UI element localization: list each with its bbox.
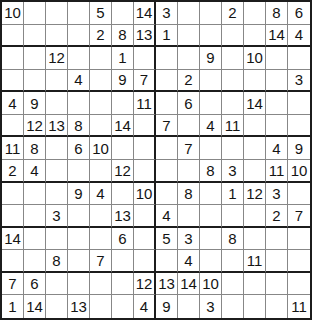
cell-r5c2: 9 <box>24 92 46 115</box>
cell-r11c6: 6 <box>112 228 134 251</box>
cell-r2c9[interactable] <box>178 25 200 48</box>
cell-r3c11[interactable] <box>222 47 244 70</box>
cell-r2c2[interactable] <box>24 25 46 48</box>
cell-r1c6[interactable] <box>112 2 134 25</box>
cell-r3c12: 10 <box>244 47 266 70</box>
cell-r1c4[interactable] <box>68 2 90 25</box>
cell-r14c13[interactable] <box>266 295 288 318</box>
cell-r10c13: 2 <box>266 205 288 228</box>
cell-r12c10[interactable] <box>200 250 222 273</box>
cell-r9c7: 10 <box>134 183 156 206</box>
cell-r9c9: 8 <box>178 183 200 206</box>
cell-r5c4[interactable] <box>68 92 90 115</box>
cell-r4c13[interactable] <box>266 70 288 93</box>
cell-r13c13[interactable] <box>266 273 288 296</box>
cell-r14c9[interactable] <box>178 295 200 318</box>
cell-r3c9[interactable] <box>178 47 200 70</box>
cell-r7c9: 7 <box>178 137 200 160</box>
cell-r3c13[interactable] <box>266 47 288 70</box>
cell-r11c9: 3 <box>178 228 200 251</box>
cell-r13c8: 13 <box>156 273 178 296</box>
cell-r11c14[interactable] <box>288 228 310 251</box>
cell-r5c6[interactable] <box>112 92 134 115</box>
cell-r6c10: 4 <box>200 115 222 138</box>
cell-r8c4[interactable] <box>68 160 90 183</box>
cell-r6c11: 11 <box>222 115 244 138</box>
cell-r1c8: 3 <box>156 2 178 25</box>
cell-r9c10[interactable] <box>200 183 222 206</box>
cell-r12c8[interactable] <box>156 250 178 273</box>
cell-r9c11: 1 <box>222 183 244 206</box>
cell-r6c6: 14 <box>112 115 134 138</box>
cell-r6c1[interactable] <box>2 115 24 138</box>
cell-r11c12[interactable] <box>244 228 266 251</box>
cell-r1c14: 6 <box>288 2 310 25</box>
cell-r2c6: 8 <box>112 25 134 48</box>
cell-r6c4: 8 <box>68 115 90 138</box>
cell-r2c12[interactable] <box>244 25 266 48</box>
cell-r7c11[interactable] <box>222 137 244 160</box>
cell-r12c2[interactable] <box>24 250 46 273</box>
cell-r3c6: 1 <box>112 47 134 70</box>
cell-r2c8: 1 <box>156 25 178 48</box>
cell-r12c6[interactable] <box>112 250 134 273</box>
cell-r12c1[interactable] <box>2 250 24 273</box>
cell-r11c13[interactable] <box>266 228 288 251</box>
cell-r14c3[interactable] <box>46 295 68 318</box>
cell-r2c7: 13 <box>134 25 156 48</box>
cell-r5c14[interactable] <box>288 92 310 115</box>
cell-r13c14[interactable] <box>288 273 310 296</box>
cell-r5c9: 6 <box>178 92 200 115</box>
cell-r8c8[interactable] <box>156 160 178 183</box>
cell-r6c13[interactable] <box>266 115 288 138</box>
cell-r6c5[interactable] <box>90 115 112 138</box>
cell-r4c14: 3 <box>288 70 310 93</box>
cell-r2c1[interactable] <box>2 25 24 48</box>
cell-r12c4[interactable] <box>68 250 90 273</box>
cell-r8c10: 8 <box>200 160 222 183</box>
cell-r1c1: 10 <box>2 2 24 25</box>
cell-r8c5[interactable] <box>90 160 112 183</box>
cell-r8c6: 12 <box>112 160 134 183</box>
cell-r2c3[interactable] <box>46 25 68 48</box>
cell-r1c9[interactable] <box>178 2 200 25</box>
cell-r9c13: 3 <box>266 183 288 206</box>
cell-r13c12[interactable] <box>244 273 266 296</box>
cell-r7c7[interactable] <box>134 137 156 160</box>
cell-r6c2: 12 <box>24 115 46 138</box>
cell-r14c4: 13 <box>68 295 90 318</box>
cell-r2c4[interactable] <box>68 25 90 48</box>
cell-r7c8[interactable] <box>156 137 178 160</box>
cell-r5c8[interactable] <box>156 92 178 115</box>
cell-r11c1: 14 <box>2 228 24 251</box>
cell-r10c11[interactable] <box>222 205 244 228</box>
cell-r6c8: 7 <box>156 115 178 138</box>
cell-r10c3: 3 <box>46 205 68 228</box>
cell-r11c3[interactable] <box>46 228 68 251</box>
cell-r12c7[interactable] <box>134 250 156 273</box>
cell-r2c14: 4 <box>288 25 310 48</box>
cell-r2c11[interactable] <box>222 25 244 48</box>
cell-r12c5: 7 <box>90 250 112 273</box>
cell-r1c12[interactable] <box>244 2 266 25</box>
cell-r11c7[interactable] <box>134 228 156 251</box>
cell-r7c3[interactable] <box>46 137 68 160</box>
cell-r10c10[interactable] <box>200 205 222 228</box>
cell-r9c5: 4 <box>90 183 112 206</box>
cell-r4c6: 9 <box>112 70 134 93</box>
cell-r7c13: 4 <box>266 137 288 160</box>
cell-r12c3: 8 <box>46 250 68 273</box>
cell-r7c6[interactable] <box>112 137 134 160</box>
cell-r7c14: 9 <box>288 137 310 160</box>
cell-r4c4: 4 <box>68 70 90 93</box>
cell-r14c8: 9 <box>156 295 178 318</box>
cell-r10c9[interactable] <box>178 205 200 228</box>
cell-r8c12[interactable] <box>244 160 266 183</box>
cell-r4c10[interactable] <box>200 70 222 93</box>
cell-r4c8[interactable] <box>156 70 178 93</box>
cell-r8c2: 4 <box>24 160 46 183</box>
cell-r4c5[interactable] <box>90 70 112 93</box>
cell-r9c4: 9 <box>68 183 90 206</box>
cell-r3c5[interactable] <box>90 47 112 70</box>
cell-r2c13: 14 <box>266 25 288 48</box>
cell-r11c2[interactable] <box>24 228 46 251</box>
cell-r12c9: 4 <box>178 250 200 273</box>
cell-r9c14[interactable] <box>288 183 310 206</box>
cell-r9c8[interactable] <box>156 183 178 206</box>
cell-r14c1: 1 <box>2 295 24 318</box>
cell-r14c11[interactable] <box>222 295 244 318</box>
cell-r10c12[interactable] <box>244 205 266 228</box>
cell-r4c9: 2 <box>178 70 200 93</box>
cell-r5c13[interactable] <box>266 92 288 115</box>
cell-r8c7[interactable] <box>134 160 156 183</box>
cell-r14c10: 3 <box>200 295 222 318</box>
cell-r6c12[interactable] <box>244 115 266 138</box>
cell-r9c1[interactable] <box>2 183 24 206</box>
cell-r13c1: 7 <box>2 273 24 296</box>
cell-r9c12: 12 <box>244 183 266 206</box>
cell-r9c6[interactable] <box>112 183 134 206</box>
cell-r14c5[interactable] <box>90 295 112 318</box>
cell-r14c6[interactable] <box>112 295 134 318</box>
cell-r5c7: 11 <box>134 92 156 115</box>
cell-r10c4[interactable] <box>68 205 90 228</box>
cell-r10c5[interactable] <box>90 205 112 228</box>
cell-r13c11[interactable] <box>222 273 244 296</box>
cell-r10c8: 4 <box>156 205 178 228</box>
cell-r8c3[interactable] <box>46 160 68 183</box>
cell-r3c3: 12 <box>46 47 68 70</box>
cell-r4c3[interactable] <box>46 70 68 93</box>
cell-r1c11: 2 <box>222 2 244 25</box>
cell-r1c2[interactable] <box>24 2 46 25</box>
cell-r10c2[interactable] <box>24 205 46 228</box>
cell-r14c7: 4 <box>134 295 156 318</box>
cell-r3c8[interactable] <box>156 47 178 70</box>
cell-r13c3[interactable] <box>46 273 68 296</box>
cell-r11c8: 5 <box>156 228 178 251</box>
cell-r12c11[interactable] <box>222 250 244 273</box>
cell-r4c7: 7 <box>134 70 156 93</box>
cell-r4c2[interactable] <box>24 70 46 93</box>
cell-r8c13: 11 <box>266 160 288 183</box>
cell-r3c10: 9 <box>200 47 222 70</box>
cell-r12c13[interactable] <box>266 250 288 273</box>
cell-r10c14: 7 <box>288 205 310 228</box>
cell-r9c2[interactable] <box>24 183 46 206</box>
cell-r7c4: 6 <box>68 137 90 160</box>
cell-r1c7: 14 <box>134 2 156 25</box>
cell-r14c14: 11 <box>288 295 310 318</box>
cell-r11c11: 8 <box>222 228 244 251</box>
cell-r14c2: 14 <box>24 295 46 318</box>
cell-r10c7[interactable] <box>134 205 156 228</box>
cell-r12c12: 11 <box>244 250 266 273</box>
cell-r3c7[interactable] <box>134 47 156 70</box>
cell-r13c5[interactable] <box>90 273 112 296</box>
cell-r7c12[interactable] <box>244 137 266 160</box>
cell-r3c14[interactable] <box>288 47 310 70</box>
cell-r3c4[interactable] <box>68 47 90 70</box>
cell-r6c3: 13 <box>46 115 68 138</box>
cell-r13c10: 10 <box>200 273 222 296</box>
cell-r5c12: 14 <box>244 92 266 115</box>
cell-r7c5: 10 <box>90 137 112 160</box>
cell-r7c1: 11 <box>2 137 24 160</box>
cell-r4c11[interactable] <box>222 70 244 93</box>
cell-r3c2[interactable] <box>24 47 46 70</box>
cell-r13c2: 6 <box>24 273 46 296</box>
cell-r10c1[interactable] <box>2 205 24 228</box>
cell-r11c4[interactable] <box>68 228 90 251</box>
cell-r1c5: 5 <box>90 2 112 25</box>
cell-r13c9: 14 <box>178 273 200 296</box>
cell-r5c11[interactable] <box>222 92 244 115</box>
cell-r5c5[interactable] <box>90 92 112 115</box>
cell-r6c7[interactable] <box>134 115 156 138</box>
cell-r8c9[interactable] <box>178 160 200 183</box>
cell-r4c1[interactable] <box>2 70 24 93</box>
sudoku-board: 1051432862813114412191049723491161412138… <box>0 0 312 320</box>
cell-r13c6[interactable] <box>112 273 134 296</box>
cell-r1c13: 8 <box>266 2 288 25</box>
cell-r7c2: 8 <box>24 137 46 160</box>
cell-r8c14: 10 <box>288 160 310 183</box>
cell-r13c4[interactable] <box>68 273 90 296</box>
cell-r5c10[interactable] <box>200 92 222 115</box>
cell-r6c14[interactable] <box>288 115 310 138</box>
cell-r2c5: 2 <box>90 25 112 48</box>
cell-r9c3[interactable] <box>46 183 68 206</box>
cell-r1c10[interactable] <box>200 2 222 25</box>
cell-r10c6: 13 <box>112 205 134 228</box>
cell-r13c7: 12 <box>134 273 156 296</box>
cell-r8c11: 3 <box>222 160 244 183</box>
cell-r14c12[interactable] <box>244 295 266 318</box>
cell-r8c1: 2 <box>2 160 24 183</box>
cell-r1c3[interactable] <box>46 2 68 25</box>
cell-r6c9[interactable] <box>178 115 200 138</box>
cell-r7c10[interactable] <box>200 137 222 160</box>
cell-r3c1[interactable] <box>2 47 24 70</box>
cell-r5c3[interactable] <box>46 92 68 115</box>
cell-r11c5[interactable] <box>90 228 112 251</box>
cell-r5c1: 4 <box>2 92 24 115</box>
cell-r4c12[interactable] <box>244 70 266 93</box>
cell-r12c14[interactable] <box>288 250 310 273</box>
cell-r11c10[interactable] <box>200 228 222 251</box>
cell-r2c10[interactable] <box>200 25 222 48</box>
